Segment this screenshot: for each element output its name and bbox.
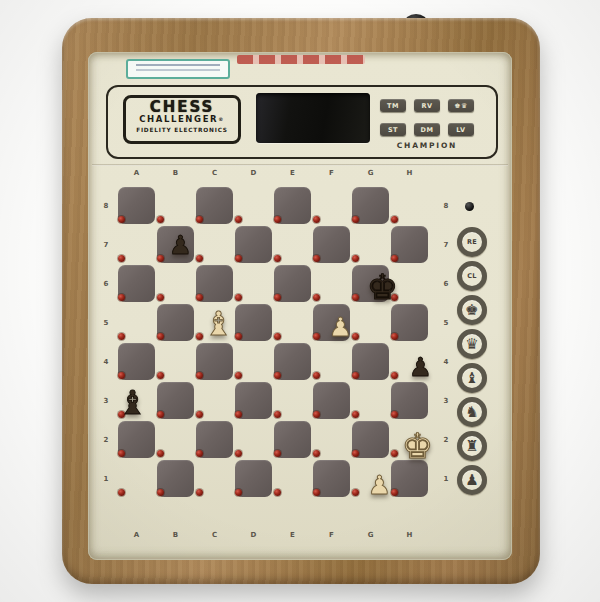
file-label-top-d: D xyxy=(234,169,273,177)
square-e1[interactable] xyxy=(273,459,312,498)
square-b2[interactable] xyxy=(156,420,195,459)
square-led xyxy=(313,372,320,379)
square-a7[interactable] xyxy=(117,225,156,264)
square-led xyxy=(391,333,398,340)
square-d1[interactable] xyxy=(234,459,273,498)
product-photo: CHESS CHALLENGER® FIDELITY ELECTRONICS T… xyxy=(0,0,600,602)
square-b1[interactable] xyxy=(156,459,195,498)
file-label-bottom-e: E xyxy=(273,531,312,539)
square-g2[interactable] xyxy=(351,420,390,459)
piece-glyph: ♝ xyxy=(118,386,148,419)
button-rv[interactable]: RV xyxy=(414,99,440,112)
square-led xyxy=(391,411,398,418)
square-f2[interactable] xyxy=(312,420,351,459)
button-piece-rook[interactable]: ♜ xyxy=(457,431,487,461)
square-c4[interactable] xyxy=(195,342,234,381)
square-f6[interactable] xyxy=(312,264,351,303)
white-bishop-c5[interactable]: ♝ xyxy=(199,304,238,343)
button-piece-pawn[interactable]: ♟ xyxy=(457,465,487,495)
file-label-bottom-g: G xyxy=(351,531,390,539)
square-led xyxy=(352,450,359,457)
square-led xyxy=(313,216,320,223)
square-led xyxy=(157,489,164,496)
square-e7[interactable] xyxy=(273,225,312,264)
square-led xyxy=(235,489,242,496)
rank-label-right-1: 1 xyxy=(440,475,452,483)
square-f8[interactable] xyxy=(312,186,351,225)
square-led xyxy=(196,411,203,418)
square-led xyxy=(313,294,320,301)
file-label-bottom-d: D xyxy=(234,531,273,539)
rank-label-left-8: 8 xyxy=(100,202,112,210)
square-d8[interactable] xyxy=(234,186,273,225)
square-led xyxy=(313,255,320,262)
registered-mark: ® xyxy=(218,116,225,122)
piece-glyph: ♟ xyxy=(409,354,432,380)
square-a2[interactable] xyxy=(117,420,156,459)
square-f3[interactable] xyxy=(312,381,351,420)
file-label-top-c: C xyxy=(195,169,234,177)
rank-label-left-6: 6 xyxy=(100,280,112,288)
file-label-top-e: E xyxy=(273,169,312,177)
black-pawn-b7[interactable]: ♟ xyxy=(161,225,200,264)
square-led xyxy=(118,450,125,457)
square-g8[interactable] xyxy=(351,186,390,225)
square-f1[interactable] xyxy=(312,459,351,498)
square-led xyxy=(352,489,359,496)
model-label: CHAMPION xyxy=(380,141,474,150)
brand-logo: CHESS CHALLENGER® FIDELITY ELECTRONICS xyxy=(123,95,241,144)
button-piece-knight[interactable]: ♞ xyxy=(457,397,487,427)
piece-glyph: ♟ xyxy=(368,472,391,498)
square-led xyxy=(157,216,164,223)
square-led xyxy=(274,294,281,301)
file-label-top-g: G xyxy=(351,169,390,177)
square-led xyxy=(196,372,203,379)
square-led xyxy=(274,216,281,223)
square-h5[interactable] xyxy=(390,303,429,342)
square-d5[interactable] xyxy=(234,303,273,342)
square-g3[interactable] xyxy=(351,381,390,420)
square-e6[interactable] xyxy=(273,264,312,303)
square-led xyxy=(274,489,281,496)
button-st[interactable]: ST xyxy=(380,123,406,136)
square-d3[interactable] xyxy=(234,381,273,420)
file-label-bottom-c: C xyxy=(195,531,234,539)
square-led xyxy=(352,411,359,418)
square-led xyxy=(157,372,164,379)
square-led xyxy=(313,489,320,496)
square-led xyxy=(235,294,242,301)
square-led xyxy=(274,450,281,457)
square-d4[interactable] xyxy=(234,342,273,381)
panel-seam xyxy=(92,164,508,166)
square-c3[interactable] xyxy=(195,381,234,420)
square-e4[interactable] xyxy=(273,342,312,381)
file-label-top-b: B xyxy=(156,169,195,177)
square-led xyxy=(274,372,281,379)
rank-label-left-1: 1 xyxy=(100,475,112,483)
square-led xyxy=(235,450,242,457)
square-led xyxy=(196,489,203,496)
file-label-bottom-a: A xyxy=(117,531,156,539)
square-led xyxy=(352,294,359,301)
square-led xyxy=(313,333,320,340)
rank-label-right-3: 3 xyxy=(440,397,452,405)
square-led xyxy=(235,216,242,223)
square-led xyxy=(352,255,359,262)
square-led xyxy=(196,216,203,223)
button-lv[interactable]: LV xyxy=(448,123,474,136)
file-label-top-a: A xyxy=(117,169,156,177)
file-label-top-h: H xyxy=(390,169,429,177)
square-led xyxy=(313,411,320,418)
square-led xyxy=(352,216,359,223)
square-c6[interactable] xyxy=(195,264,234,303)
rank-label-left-5: 5 xyxy=(100,319,112,327)
square-led xyxy=(235,255,242,262)
white-pawn-f5[interactable]: ♟ xyxy=(321,307,360,346)
square-a8[interactable] xyxy=(117,186,156,225)
rank-label-right-5: 5 xyxy=(440,319,452,327)
square-a1[interactable] xyxy=(117,459,156,498)
square-led xyxy=(118,255,125,262)
square-led xyxy=(313,450,320,457)
button-cl[interactable]: CL xyxy=(457,261,487,291)
square-g7[interactable] xyxy=(351,225,390,264)
square-a5[interactable] xyxy=(117,303,156,342)
square-b3[interactable] xyxy=(156,381,195,420)
square-b4[interactable] xyxy=(156,342,195,381)
rank-label-left-7: 7 xyxy=(100,241,112,249)
square-b5[interactable] xyxy=(156,303,195,342)
piece-glyph: ♟ xyxy=(169,232,192,258)
square-e5[interactable] xyxy=(273,303,312,342)
square-c2[interactable] xyxy=(195,420,234,459)
square-led xyxy=(118,333,125,340)
rank-label-right-2: 2 xyxy=(440,436,452,444)
rank-label-right-6: 6 xyxy=(440,280,452,288)
square-led xyxy=(118,372,125,379)
square-led xyxy=(391,216,398,223)
square-a4[interactable] xyxy=(117,342,156,381)
rank-label-right-4: 4 xyxy=(440,358,452,366)
square-c1[interactable] xyxy=(195,459,234,498)
button-re[interactable]: RE xyxy=(457,227,487,257)
white-pawn-g1[interactable]: ♟ xyxy=(360,465,399,504)
rank-label-right-7: 7 xyxy=(440,241,452,249)
square-led xyxy=(118,294,125,301)
square-led xyxy=(196,294,203,301)
inspection-sticker xyxy=(126,59,230,79)
black-pawn-h4[interactable]: ♟ xyxy=(401,347,440,386)
square-b8[interactable] xyxy=(156,186,195,225)
square-led xyxy=(391,372,398,379)
button-piece-king[interactable]: ♚ xyxy=(457,295,487,325)
brand-challenger: CHALLENGER® xyxy=(130,115,234,124)
square-c8[interactable] xyxy=(195,186,234,225)
button-piece-bishop[interactable]: ♝ xyxy=(457,363,487,393)
square-e3[interactable] xyxy=(273,381,312,420)
rank-label-left-4: 4 xyxy=(100,358,112,366)
square-led xyxy=(118,216,125,223)
file-label-bottom-h: H xyxy=(390,531,429,539)
square-led xyxy=(352,372,359,379)
square-e2[interactable] xyxy=(273,420,312,459)
square-led xyxy=(118,489,125,496)
control-panel: CHESS CHALLENGER® FIDELITY ELECTRONICS T… xyxy=(106,85,498,159)
led-display xyxy=(256,93,370,143)
square-led xyxy=(274,255,281,262)
square-b6[interactable] xyxy=(156,264,195,303)
button-dm[interactable]: DM xyxy=(414,123,440,136)
black-bishop-a3[interactable]: ♝ xyxy=(113,383,152,422)
brand-chess: CHESS xyxy=(130,100,234,115)
square-c7[interactable] xyxy=(195,225,234,264)
white-king-h2[interactable]: ♚ xyxy=(398,427,437,466)
square-led xyxy=(157,333,164,340)
square-h8[interactable] xyxy=(390,186,429,225)
rank-label-right-8: 8 xyxy=(440,202,452,210)
square-f4[interactable] xyxy=(312,342,351,381)
piece-glyph: ♟ xyxy=(329,314,352,340)
rank-label-left-3: 3 xyxy=(100,397,112,405)
rank-label-left-2: 2 xyxy=(100,436,112,444)
piece-glyph: ♚ xyxy=(367,270,398,305)
square-g4[interactable] xyxy=(351,342,390,381)
square-led xyxy=(235,411,242,418)
square-led xyxy=(157,411,164,418)
file-label-top-f: F xyxy=(312,169,351,177)
square-led xyxy=(274,411,281,418)
striped-label-sticker xyxy=(237,55,365,64)
file-label-bottom-f: F xyxy=(312,531,351,539)
square-led xyxy=(391,450,398,457)
square-led xyxy=(274,333,281,340)
button-piece-queen[interactable]: ♛ xyxy=(457,329,487,359)
square-h3[interactable] xyxy=(390,381,429,420)
square-d7[interactable] xyxy=(234,225,273,264)
piece-glyph: ♚ xyxy=(402,429,433,464)
square-led xyxy=(157,294,164,301)
square-e8[interactable] xyxy=(273,186,312,225)
button-pieces-icon[interactable]: ♚♛ xyxy=(448,99,474,112)
square-h7[interactable] xyxy=(390,225,429,264)
button-tm[interactable]: TM xyxy=(380,99,406,112)
piece-glyph: ♝ xyxy=(204,307,234,340)
square-led xyxy=(196,450,203,457)
file-label-bottom-b: B xyxy=(156,531,195,539)
square-led xyxy=(391,255,398,262)
square-d2[interactable] xyxy=(234,420,273,459)
function-buttons: TMRV♚♛STDMLV xyxy=(380,99,474,136)
brand-fidelity: FIDELITY ELECTRONICS xyxy=(130,126,234,134)
square-led xyxy=(235,372,242,379)
square-a6[interactable] xyxy=(117,264,156,303)
black-king-g6[interactable]: ♚ xyxy=(363,268,402,307)
square-d6[interactable] xyxy=(234,264,273,303)
square-led xyxy=(157,450,164,457)
square-f7[interactable] xyxy=(312,225,351,264)
indicator-dot xyxy=(465,202,474,211)
